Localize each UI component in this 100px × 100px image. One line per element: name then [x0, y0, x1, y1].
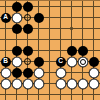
white-stone[interactable]	[56, 68, 66, 78]
black-stone-label-C[interactable]: C	[56, 57, 66, 67]
white-stone[interactable]	[12, 57, 22, 67]
star-point	[70, 27, 73, 30]
black-stone[interactable]	[12, 24, 22, 34]
white-stone[interactable]	[1, 68, 11, 78]
black-stone[interactable]	[23, 24, 33, 34]
white-stone[interactable]	[89, 79, 99, 89]
black-stone[interactable]	[34, 57, 44, 67]
white-stone[interactable]	[12, 79, 22, 89]
white-stone[interactable]	[1, 79, 11, 89]
white-stone[interactable]	[34, 79, 44, 89]
circle-mark-icon	[80, 59, 86, 65]
stone-label: B	[3, 58, 8, 64]
black-stone-label-B[interactable]: B	[1, 57, 11, 67]
stones-layer: ABC	[0, 1, 99, 100]
white-stone[interactable]	[34, 68, 44, 78]
white-stone[interactable]	[12, 13, 22, 23]
circle-marked-empty-point[interactable]	[24, 58, 31, 65]
go-board[interactable]: ABC	[0, 0, 100, 100]
stone-label: C	[58, 58, 63, 64]
black-stone[interactable]	[89, 57, 99, 67]
white-stone[interactable]	[67, 57, 77, 67]
black-stone[interactable]	[12, 68, 22, 78]
circle-marked-empty-point[interactable]	[24, 14, 31, 21]
black-stone[interactable]	[23, 68, 33, 78]
black-stone[interactable]	[23, 46, 33, 56]
white-stone[interactable]	[67, 79, 77, 89]
black-stone[interactable]	[78, 46, 88, 56]
black-stone[interactable]	[23, 2, 33, 12]
black-stone[interactable]	[67, 46, 77, 56]
black-stone[interactable]	[12, 2, 22, 12]
black-stone-label-A[interactable]: A	[1, 13, 11, 23]
white-stone[interactable]	[89, 68, 99, 78]
black-stone[interactable]	[34, 13, 44, 23]
white-stone-circle-marked[interactable]	[78, 57, 88, 67]
stone-label: A	[3, 14, 8, 21]
white-stone[interactable]	[56, 79, 66, 89]
white-stone[interactable]	[78, 79, 88, 89]
white-stone[interactable]	[23, 79, 33, 89]
black-stone[interactable]	[12, 46, 22, 56]
